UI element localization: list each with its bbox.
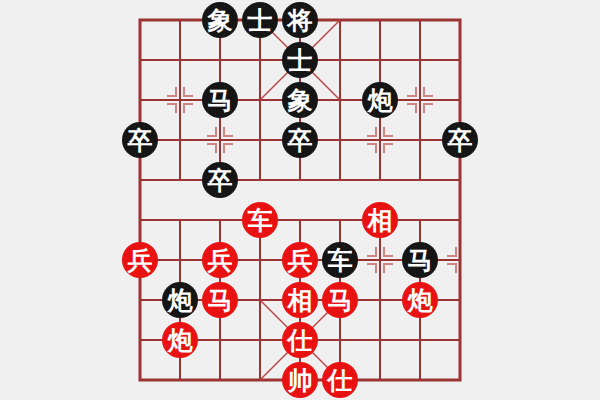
piece-black-cannon[interactable]: 炮 — [162, 282, 198, 318]
piece-black-advisor[interactable]: 士 — [242, 2, 278, 38]
piece-red-advisor[interactable]: 仕 — [282, 322, 318, 358]
piece-black-elephant[interactable]: 象 — [282, 82, 318, 118]
piece-black-horse[interactable]: 马 — [402, 242, 438, 278]
piece-red-pawn[interactable]: 兵 — [282, 242, 318, 278]
piece-black-chariot[interactable]: 车 — [322, 242, 358, 278]
piece-red-elephant[interactable]: 相 — [282, 282, 318, 318]
piece-black-pawn[interactable]: 卒 — [442, 122, 478, 158]
piece-black-advisor[interactable]: 士 — [282, 42, 318, 78]
piece-black-pawn[interactable]: 卒 — [282, 122, 318, 158]
piece-black-general[interactable]: 将 — [282, 2, 318, 38]
piece-red-chariot[interactable]: 车 — [242, 202, 278, 238]
piece-red-horse[interactable]: 马 — [202, 282, 238, 318]
piece-red-advisor[interactable]: 仕 — [322, 362, 358, 398]
piece-black-horse[interactable]: 马 — [202, 82, 238, 118]
xiangqi-board: 象士将士马象炮卒卒卒卒车相兵兵兵车马炮马相马炮炮仕帅仕 — [0, 0, 600, 400]
piece-black-elephant[interactable]: 象 — [202, 2, 238, 38]
piece-black-cannon[interactable]: 炮 — [362, 82, 398, 118]
piece-red-pawn[interactable]: 兵 — [122, 242, 158, 278]
piece-red-general[interactable]: 帅 — [282, 362, 318, 398]
piece-red-horse[interactable]: 马 — [322, 282, 358, 318]
piece-black-pawn[interactable]: 卒 — [202, 162, 238, 198]
piece-red-elephant[interactable]: 相 — [362, 202, 398, 238]
piece-red-cannon[interactable]: 炮 — [162, 322, 198, 358]
piece-red-pawn[interactable]: 兵 — [202, 242, 238, 278]
piece-black-pawn[interactable]: 卒 — [122, 122, 158, 158]
piece-red-cannon[interactable]: 炮 — [402, 282, 438, 318]
